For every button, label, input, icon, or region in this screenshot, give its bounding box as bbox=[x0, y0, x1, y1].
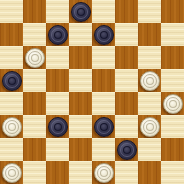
square-g8 bbox=[138, 0, 161, 23]
square-c6 bbox=[46, 46, 69, 69]
square-f3 bbox=[115, 115, 138, 138]
square-g3[interactable] bbox=[138, 115, 161, 138]
square-f1 bbox=[115, 161, 138, 184]
square-e4 bbox=[92, 92, 115, 115]
black-man-d8[interactable] bbox=[71, 2, 91, 22]
piece-inner-ring bbox=[77, 8, 85, 16]
square-g6 bbox=[138, 46, 161, 69]
piece-outer-ring bbox=[166, 97, 180, 111]
black-man-e7[interactable] bbox=[94, 25, 114, 45]
piece-inner-ring bbox=[8, 77, 16, 85]
square-f2[interactable] bbox=[115, 138, 138, 161]
piece-outer-ring bbox=[97, 120, 111, 134]
square-h8[interactable] bbox=[161, 0, 184, 23]
piece-outer-ring bbox=[5, 120, 19, 134]
square-g4 bbox=[138, 92, 161, 115]
square-g1[interactable] bbox=[138, 161, 161, 184]
square-d7 bbox=[69, 23, 92, 46]
square-d2[interactable] bbox=[69, 138, 92, 161]
black-man-c7[interactable] bbox=[48, 25, 68, 45]
square-c3[interactable] bbox=[46, 115, 69, 138]
square-e3[interactable] bbox=[92, 115, 115, 138]
square-b4[interactable] bbox=[23, 92, 46, 115]
white-man-b6[interactable] bbox=[25, 48, 45, 68]
piece-inner-ring bbox=[146, 77, 154, 85]
square-c5[interactable] bbox=[46, 69, 69, 92]
square-h6[interactable] bbox=[161, 46, 184, 69]
piece-inner-ring bbox=[123, 146, 131, 154]
piece-outer-ring bbox=[74, 5, 88, 19]
square-d4[interactable] bbox=[69, 92, 92, 115]
square-a2 bbox=[0, 138, 23, 161]
square-a4 bbox=[0, 92, 23, 115]
square-b1 bbox=[23, 161, 46, 184]
square-h2[interactable] bbox=[161, 138, 184, 161]
square-a3[interactable] bbox=[0, 115, 23, 138]
square-c4 bbox=[46, 92, 69, 115]
piece-inner-ring bbox=[8, 169, 16, 177]
square-d5 bbox=[69, 69, 92, 92]
square-a6 bbox=[0, 46, 23, 69]
square-e7[interactable] bbox=[92, 23, 115, 46]
white-man-e1[interactable] bbox=[94, 163, 114, 183]
square-g5[interactable] bbox=[138, 69, 161, 92]
square-a7[interactable] bbox=[0, 23, 23, 46]
piece-outer-ring bbox=[51, 28, 65, 42]
white-man-g5[interactable] bbox=[140, 71, 160, 91]
square-d1 bbox=[69, 161, 92, 184]
square-h4[interactable] bbox=[161, 92, 184, 115]
square-d8[interactable] bbox=[69, 0, 92, 23]
checkers-board bbox=[0, 0, 184, 184]
piece-inner-ring bbox=[146, 123, 154, 131]
white-man-h4[interactable] bbox=[163, 94, 183, 114]
white-man-a3[interactable] bbox=[2, 117, 22, 137]
piece-inner-ring bbox=[100, 123, 108, 131]
piece-outer-ring bbox=[143, 74, 157, 88]
piece-inner-ring bbox=[54, 123, 62, 131]
square-a5[interactable] bbox=[0, 69, 23, 92]
square-c7[interactable] bbox=[46, 23, 69, 46]
square-e2 bbox=[92, 138, 115, 161]
square-h3 bbox=[161, 115, 184, 138]
piece-inner-ring bbox=[100, 31, 108, 39]
square-f6[interactable] bbox=[115, 46, 138, 69]
square-a1[interactable] bbox=[0, 161, 23, 184]
square-b5 bbox=[23, 69, 46, 92]
square-f5 bbox=[115, 69, 138, 92]
square-g2 bbox=[138, 138, 161, 161]
white-man-g3[interactable] bbox=[140, 117, 160, 137]
square-a8 bbox=[0, 0, 23, 23]
piece-outer-ring bbox=[28, 51, 42, 65]
square-h7 bbox=[161, 23, 184, 46]
white-man-a1[interactable] bbox=[2, 163, 22, 183]
piece-inner-ring bbox=[54, 31, 62, 39]
square-e5[interactable] bbox=[92, 69, 115, 92]
square-e6 bbox=[92, 46, 115, 69]
piece-outer-ring bbox=[143, 120, 157, 134]
square-h1 bbox=[161, 161, 184, 184]
piece-inner-ring bbox=[169, 100, 177, 108]
square-f4[interactable] bbox=[115, 92, 138, 115]
square-c8 bbox=[46, 0, 69, 23]
square-f7 bbox=[115, 23, 138, 46]
black-man-f2[interactable] bbox=[117, 140, 137, 160]
black-man-a5[interactable] bbox=[2, 71, 22, 91]
square-e1[interactable] bbox=[92, 161, 115, 184]
square-b6[interactable] bbox=[23, 46, 46, 69]
piece-outer-ring bbox=[120, 143, 134, 157]
square-c2 bbox=[46, 138, 69, 161]
piece-outer-ring bbox=[5, 74, 19, 88]
piece-outer-ring bbox=[51, 120, 65, 134]
black-man-e3[interactable] bbox=[94, 117, 114, 137]
piece-outer-ring bbox=[5, 166, 19, 180]
square-g7[interactable] bbox=[138, 23, 161, 46]
square-b8[interactable] bbox=[23, 0, 46, 23]
piece-outer-ring bbox=[97, 166, 111, 180]
square-f8[interactable] bbox=[115, 0, 138, 23]
square-b2[interactable] bbox=[23, 138, 46, 161]
square-c1[interactable] bbox=[46, 161, 69, 184]
square-e8 bbox=[92, 0, 115, 23]
square-b3 bbox=[23, 115, 46, 138]
piece-inner-ring bbox=[8, 123, 16, 131]
piece-inner-ring bbox=[31, 54, 39, 62]
square-d3 bbox=[69, 115, 92, 138]
piece-inner-ring bbox=[100, 169, 108, 177]
square-h5 bbox=[161, 69, 184, 92]
black-man-c3[interactable] bbox=[48, 117, 68, 137]
square-b7 bbox=[23, 23, 46, 46]
square-d6[interactable] bbox=[69, 46, 92, 69]
piece-outer-ring bbox=[97, 28, 111, 42]
